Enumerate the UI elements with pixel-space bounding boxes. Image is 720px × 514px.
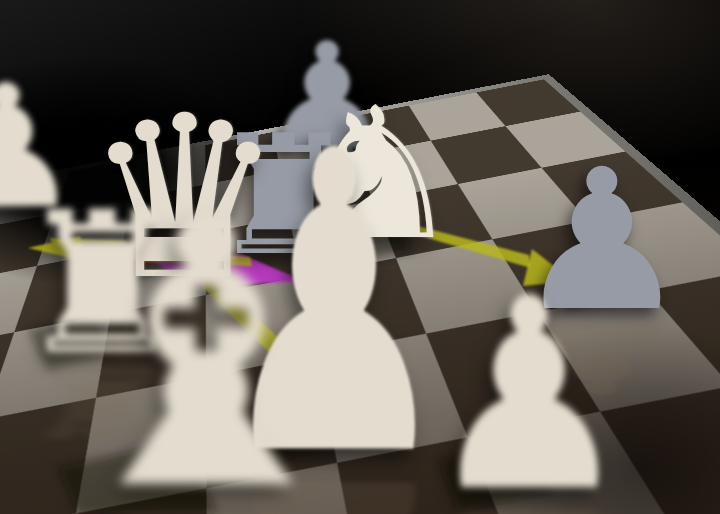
piece-white-pawn-f3[interactable]: ♟ <box>414 264 644 514</box>
piece-white-bishop-c2[interactable]: ♝ <box>21 171 391 514</box>
chess-scene: ♟♟♞♜♛♟♟♜♜♟♟♝♝♟♟ <box>0 0 720 514</box>
